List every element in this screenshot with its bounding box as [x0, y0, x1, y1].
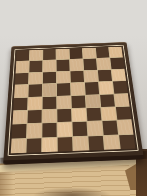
square-r3c2[interactable]: [29, 72, 42, 84]
square-r2c3[interactable]: [43, 60, 56, 71]
square-r5c8[interactable]: [114, 94, 129, 107]
square-r7c2[interactable]: [27, 124, 42, 138]
square-r5c3[interactable]: [43, 96, 57, 109]
square-r2c7[interactable]: [97, 58, 111, 69]
square-r8c6[interactable]: [88, 136, 104, 151]
square-r3c7[interactable]: [98, 70, 112, 82]
square-r3c1[interactable]: [15, 73, 29, 85]
square-r8c1[interactable]: [11, 139, 26, 154]
square-r8c8[interactable]: [119, 134, 135, 149]
square-r2c2[interactable]: [29, 61, 42, 72]
square-r4c8[interactable]: [113, 81, 128, 93]
square-r7c4[interactable]: [57, 122, 72, 136]
square-r4c4[interactable]: [57, 83, 71, 95]
square-r8c3[interactable]: [42, 137, 57, 152]
square-r1c3[interactable]: [43, 49, 56, 60]
square-r2c5[interactable]: [70, 59, 83, 70]
square-r5c2[interactable]: [28, 97, 42, 110]
square-r7c3[interactable]: [42, 123, 56, 137]
square-r6c6[interactable]: [87, 108, 102, 121]
square-r1c6[interactable]: [83, 48, 96, 59]
square-r1c7[interactable]: [96, 47, 110, 58]
square-r3c5[interactable]: [70, 71, 84, 83]
square-r1c8[interactable]: [109, 47, 123, 58]
square-r5c5[interactable]: [71, 95, 85, 108]
square-r8c2[interactable]: [26, 138, 41, 153]
square-r1c2[interactable]: [30, 50, 43, 61]
square-r6c2[interactable]: [27, 110, 41, 123]
square-r3c8[interactable]: [112, 69, 126, 81]
square-r4c6[interactable]: [85, 82, 99, 94]
square-r3c4[interactable]: [57, 71, 70, 83]
square-r7c6[interactable]: [87, 121, 102, 135]
square-r5c7[interactable]: [100, 94, 115, 107]
square-r4c2[interactable]: [28, 84, 42, 96]
square-r2c1[interactable]: [16, 61, 29, 72]
square-r6c8[interactable]: [116, 107, 132, 120]
square-r5c6[interactable]: [86, 95, 101, 108]
square-r1c1[interactable]: [16, 50, 29, 61]
square-r5c4[interactable]: [57, 96, 71, 109]
square-r5c1[interactable]: [13, 97, 27, 110]
square-r2c8[interactable]: [110, 58, 124, 69]
square-r6c4[interactable]: [57, 109, 71, 122]
square-r7c8[interactable]: [117, 120, 133, 134]
square-r2c6[interactable]: [83, 59, 97, 70]
square-r6c3[interactable]: [42, 109, 56, 122]
square-r7c1[interactable]: [12, 124, 27, 138]
square-r6c1[interactable]: [13, 110, 28, 123]
square-r4c1[interactable]: [14, 85, 28, 97]
square-r3c3[interactable]: [43, 72, 56, 84]
square-r8c7[interactable]: [104, 135, 120, 150]
square-r4c3[interactable]: [43, 84, 56, 96]
square-r6c7[interactable]: [101, 107, 116, 120]
square-r8c4[interactable]: [58, 137, 73, 152]
board-grid: [11, 47, 136, 154]
square-r4c7[interactable]: [99, 82, 113, 94]
square-r7c5[interactable]: [72, 122, 87, 136]
square-r1c5[interactable]: [70, 48, 83, 59]
photo-scene: [0, 0, 147, 196]
square-r7c7[interactable]: [102, 121, 118, 135]
square-r3c6[interactable]: [84, 70, 98, 82]
square-r6c5[interactable]: [72, 108, 87, 121]
square-r4c5[interactable]: [71, 83, 85, 95]
square-r1c4[interactable]: [56, 49, 69, 60]
chess-board: [3, 42, 144, 165]
square-r2c4[interactable]: [57, 60, 70, 71]
square-r8c5[interactable]: [73, 136, 88, 151]
